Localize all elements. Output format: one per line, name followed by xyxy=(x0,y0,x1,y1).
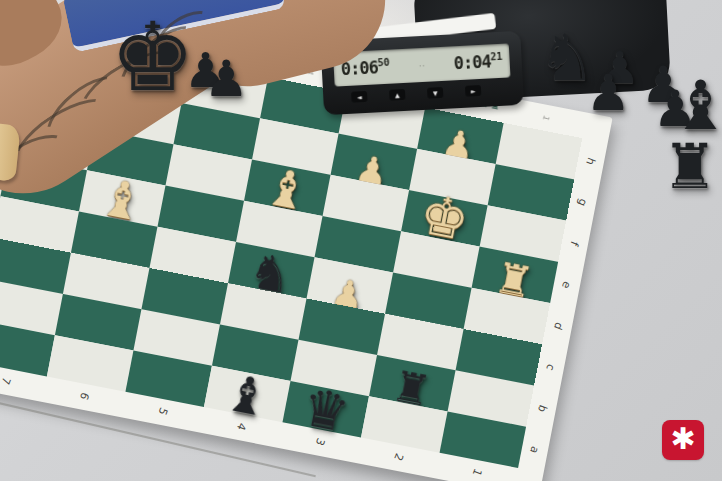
clock-right-seconds: 21 xyxy=(490,51,503,63)
clock-left-seconds: 50 xyxy=(377,57,390,69)
captured-black-pawn: ♟ xyxy=(586,68,631,118)
watermark-logo: ✱ xyxy=(662,420,704,460)
clock-button-icon: ◄ xyxy=(357,93,362,100)
chess-clock: 0:0650 ·· 0:0421 ◄▲▼► xyxy=(320,25,524,115)
clock-right-time: 0:04 xyxy=(453,51,491,73)
photo-chess-scene: { "game": "chess", "position": { "fen": … xyxy=(0,0,722,481)
clock-display-right: 0:0421 xyxy=(453,51,503,74)
asterisk-icon: ✱ xyxy=(670,424,695,454)
clock-button-2: ▲ xyxy=(389,89,406,101)
captured-black-king: ♚ xyxy=(110,10,195,105)
square-a3: ♛ xyxy=(282,381,369,437)
clock-button-icon: ▲ xyxy=(395,91,400,98)
clock-button-icon: ▼ xyxy=(433,89,438,96)
clock-divider: ·· xyxy=(418,61,426,68)
clock-button-1: ◄ xyxy=(351,91,368,103)
clock-left-time: 0:06 xyxy=(340,57,378,79)
clock-display-left: 0:0650 xyxy=(340,57,390,80)
clock-button-icon: ► xyxy=(471,87,476,94)
clock-button-4: ► xyxy=(465,85,482,97)
clock-button-3: ▼ xyxy=(427,87,444,99)
captured-black-rook: ♜ xyxy=(662,136,718,198)
captured-black-pawn: ♟ xyxy=(204,54,249,104)
